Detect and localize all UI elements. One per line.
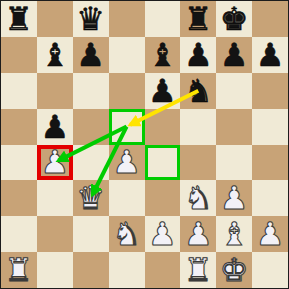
chess-board: ♜♛♜♚♝♟♝♟♟♟♟♞♟♟♟♛♞♟♞♟♟♝♟♜♜♚: [0, 0, 289, 289]
black-knight[interactable]: ♞: [184, 75, 213, 107]
square-f7[interactable]: ♟: [180, 37, 216, 73]
black-rook[interactable]: ♜: [5, 3, 34, 35]
square-a8[interactable]: ♜: [1, 1, 37, 37]
square-d7[interactable]: [109, 37, 145, 73]
square-b8[interactable]: [37, 1, 73, 37]
white-knight[interactable]: ♞: [112, 218, 141, 250]
square-h2[interactable]: ♟: [252, 216, 288, 252]
white-bishop[interactable]: ♝: [220, 218, 249, 250]
square-f8[interactable]: ♜: [180, 1, 216, 37]
white-king[interactable]: ♚: [220, 254, 249, 286]
square-e2[interactable]: ♟: [145, 216, 181, 252]
square-d6[interactable]: [109, 73, 145, 109]
square-b5[interactable]: ♟: [37, 109, 73, 145]
square-e7[interactable]: ♝: [145, 37, 181, 73]
white-pawn[interactable]: ♟: [112, 146, 141, 178]
square-d5[interactable]: [109, 109, 145, 145]
white-pawn[interactable]: ♟: [184, 218, 213, 250]
square-c5[interactable]: [73, 109, 109, 145]
square-c2[interactable]: [73, 216, 109, 252]
square-a5[interactable]: [1, 109, 37, 145]
square-d2[interactable]: ♞: [109, 216, 145, 252]
square-g7[interactable]: ♟: [216, 37, 252, 73]
square-a7[interactable]: [1, 37, 37, 73]
black-pawn[interactable]: ♟: [40, 111, 69, 143]
square-f2[interactable]: ♟: [180, 216, 216, 252]
square-e1[interactable]: [145, 252, 181, 288]
square-g2[interactable]: ♝: [216, 216, 252, 252]
square-e3[interactable]: [145, 180, 181, 216]
square-g3[interactable]: ♟: [216, 180, 252, 216]
black-pawn[interactable]: ♟: [148, 75, 177, 107]
square-f6[interactable]: ♞: [180, 73, 216, 109]
square-c8[interactable]: ♛: [73, 1, 109, 37]
square-g5[interactable]: [216, 109, 252, 145]
square-b7[interactable]: ♝: [37, 37, 73, 73]
square-h7[interactable]: ♟: [252, 37, 288, 73]
square-d1[interactable]: [109, 252, 145, 288]
square-d8[interactable]: [109, 1, 145, 37]
square-e4[interactable]: [145, 145, 181, 181]
square-c7[interactable]: ♟: [73, 37, 109, 73]
black-king[interactable]: ♚: [220, 3, 249, 35]
square-f4[interactable]: [180, 145, 216, 181]
black-pawn[interactable]: ♟: [76, 39, 105, 71]
square-g8[interactable]: ♚: [216, 1, 252, 37]
square-g4[interactable]: [216, 145, 252, 181]
square-c6[interactable]: [73, 73, 109, 109]
square-b2[interactable]: [37, 216, 73, 252]
square-b4[interactable]: ♟: [37, 145, 73, 181]
square-d4[interactable]: ♟: [109, 145, 145, 181]
black-queen[interactable]: ♛: [76, 3, 105, 35]
white-pawn[interactable]: ♟: [256, 218, 285, 250]
square-e8[interactable]: [145, 1, 181, 37]
square-f5[interactable]: [180, 109, 216, 145]
square-f3[interactable]: ♞: [180, 180, 216, 216]
square-h6[interactable]: [252, 73, 288, 109]
square-h5[interactable]: [252, 109, 288, 145]
square-b3[interactable]: [37, 180, 73, 216]
square-h8[interactable]: [252, 1, 288, 37]
square-g1[interactable]: ♚: [216, 252, 252, 288]
square-f1[interactable]: ♜: [180, 252, 216, 288]
square-a3[interactable]: [1, 180, 37, 216]
square-h3[interactable]: [252, 180, 288, 216]
square-a4[interactable]: [1, 145, 37, 181]
square-h4[interactable]: [252, 145, 288, 181]
black-rook[interactable]: ♜: [184, 3, 213, 35]
white-rook[interactable]: ♜: [184, 254, 213, 286]
square-h1[interactable]: [252, 252, 288, 288]
square-e6[interactable]: ♟: [145, 73, 181, 109]
square-a1[interactable]: ♜: [1, 252, 37, 288]
white-pawn[interactable]: ♟: [40, 146, 69, 178]
square-e5[interactable]: [145, 109, 181, 145]
black-pawn[interactable]: ♟: [256, 39, 285, 71]
square-a6[interactable]: [1, 73, 37, 109]
board-grid: ♜♛♜♚♝♟♝♟♟♟♟♞♟♟♟♛♞♟♞♟♟♝♟♜♜♚: [1, 1, 288, 288]
square-c4[interactable]: [73, 145, 109, 181]
white-knight[interactable]: ♞: [184, 182, 213, 214]
white-queen[interactable]: ♛: [76, 182, 105, 214]
black-bishop[interactable]: ♝: [40, 39, 69, 71]
black-bishop[interactable]: ♝: [148, 39, 177, 71]
square-g6[interactable]: [216, 73, 252, 109]
square-d3[interactable]: [109, 180, 145, 216]
white-rook[interactable]: ♜: [5, 254, 34, 286]
square-b1[interactable]: [37, 252, 73, 288]
square-a2[interactable]: [1, 216, 37, 252]
black-pawn[interactable]: ♟: [220, 39, 249, 71]
black-pawn[interactable]: ♟: [184, 39, 213, 71]
white-pawn[interactable]: ♟: [220, 182, 249, 214]
square-b6[interactable]: [37, 73, 73, 109]
square-c1[interactable]: [73, 252, 109, 288]
white-pawn[interactable]: ♟: [148, 218, 177, 250]
square-c3[interactable]: ♛: [73, 180, 109, 216]
